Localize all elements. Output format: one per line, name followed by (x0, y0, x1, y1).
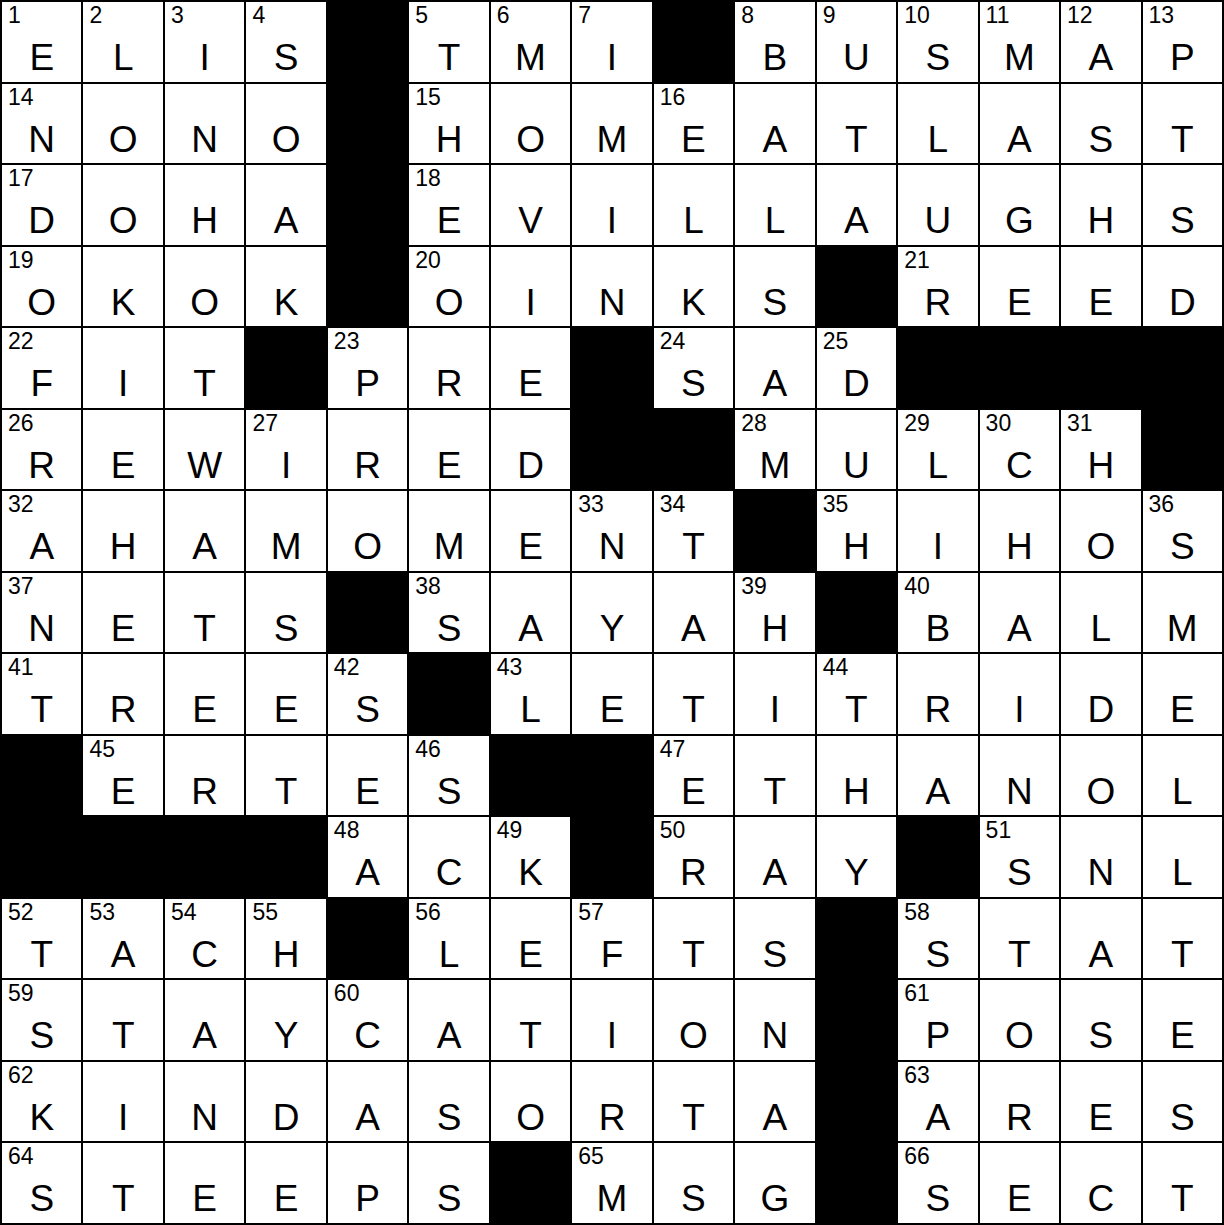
cell-letter: E (409, 202, 488, 239)
grid-cell-r5c1[interactable]: 22F (2, 328, 81, 408)
grid-cell-r1c11[interactable]: 9U (817, 2, 896, 82)
grid-cell-r2c11[interactable]: T (817, 84, 896, 164)
cell-letter: I (83, 1099, 162, 1136)
grid-cell-r2c10[interactable]: A (735, 84, 814, 164)
cell-letter: A (980, 610, 1059, 647)
cell-letter: I (735, 691, 814, 728)
grid-cell-r4c3[interactable]: O (165, 247, 244, 327)
cell-letter: L (654, 202, 733, 239)
clue-number: 62 (8, 1063, 34, 1087)
cell-letter: A (1061, 39, 1140, 76)
grid-cell-r5c7[interactable]: E (491, 328, 570, 408)
grid-cell-r15c5[interactable]: P (328, 1143, 407, 1223)
grid-cell-r9c11[interactable]: 44T (817, 654, 896, 734)
cell-letter: M (409, 528, 488, 565)
grid-cell-r5c5[interactable]: 23P (328, 328, 407, 408)
grid-cell-r15c2[interactable]: T (83, 1143, 162, 1223)
grid-cell-r3c1[interactable]: 17D (2, 165, 81, 245)
grid-cell-r7c8[interactable]: 33N (572, 491, 651, 571)
black-cell (817, 1143, 896, 1223)
grid-cell-r8c4[interactable]: S (246, 573, 325, 653)
grid-cell-r12c8[interactable]: 57F (572, 899, 651, 979)
cell-letter: N (572, 284, 651, 321)
grid-cell-r3c13[interactable]: G (980, 165, 1059, 245)
grid-cell-r15c1[interactable]: 64S (2, 1143, 81, 1223)
cell-letter: S (409, 773, 488, 810)
grid-cell-r1c10[interactable]: 8B (735, 2, 814, 82)
cell-letter: S (735, 936, 814, 973)
grid-cell-r5c3[interactable]: T (165, 328, 244, 408)
cell-letter: O (409, 284, 488, 321)
grid-cell-r1c12[interactable]: 10S (898, 2, 977, 82)
cell-letter: E (491, 528, 570, 565)
cell-letter: E (165, 691, 244, 728)
grid-cell-r8c9[interactable]: A (654, 573, 733, 653)
cell-letter: H (1061, 447, 1140, 484)
grid-cell-r2c6[interactable]: 15H (409, 84, 488, 164)
cell-letter: R (898, 284, 977, 321)
grid-cell-r10c10[interactable]: T (735, 736, 814, 816)
grid-cell-r9c8[interactable]: E (572, 654, 651, 734)
grid-cell-r9c3[interactable]: E (165, 654, 244, 734)
grid-cell-r13c3[interactable]: A (165, 980, 244, 1060)
clue-number: 16 (660, 85, 686, 109)
grid-cell-r12c7[interactable]: E (491, 899, 570, 979)
grid-cell-r2c9[interactable]: 16E (654, 84, 733, 164)
cell-letter: O (165, 284, 244, 321)
grid-cell-r9c9[interactable]: T (654, 654, 733, 734)
clue-number: 36 (1149, 492, 1175, 516)
grid-cell-r1c14[interactable]: 12A (1061, 2, 1140, 82)
grid-cell-r11c9[interactable]: 50R (654, 817, 733, 897)
grid-cell-r14c12[interactable]: 63A (898, 1062, 977, 1142)
cell-letter: M (572, 121, 651, 158)
clue-number: 38 (415, 574, 441, 598)
grid-cell-r2c2[interactable]: O (83, 84, 162, 164)
grid-cell-r13c15[interactable]: E (1143, 980, 1222, 1060)
grid-cell-r14c10[interactable]: A (735, 1062, 814, 1142)
grid-cell-r13c6[interactable]: A (409, 980, 488, 1060)
cell-letter: S (1061, 1017, 1140, 1054)
grid-cell-r13c14[interactable]: S (1061, 980, 1140, 1060)
cell-letter: T (654, 936, 733, 973)
grid-cell-r14c15[interactable]: S (1143, 1062, 1222, 1142)
grid-cell-r15c15[interactable]: T (1143, 1143, 1222, 1223)
black-cell (491, 736, 570, 816)
grid-cell-r2c1[interactable]: 14N (2, 84, 81, 164)
grid-cell-r10c9[interactable]: 47E (654, 736, 733, 816)
grid-cell-r6c12[interactable]: 29L (898, 410, 977, 490)
grid-cell-r4c12[interactable]: 21R (898, 247, 977, 327)
grid-cell-r10c3[interactable]: R (165, 736, 244, 816)
grid-cell-r3c14[interactable]: H (1061, 165, 1140, 245)
cell-letter: N (1061, 854, 1140, 891)
grid-cell-r8c13[interactable]: A (980, 573, 1059, 653)
grid-cell-r7c4[interactable]: M (246, 491, 325, 571)
grid-cell-r14c13[interactable]: R (980, 1062, 1059, 1142)
black-cell (572, 328, 651, 408)
cell-letter: A (165, 1017, 244, 1054)
grid-cell-r13c12[interactable]: 61P (898, 980, 977, 1060)
grid-cell-r1c3[interactable]: 3I (165, 2, 244, 82)
grid-cell-r12c13[interactable]: T (980, 899, 1059, 979)
cell-letter: T (83, 1180, 162, 1217)
black-cell (654, 2, 733, 82)
cell-letter: T (654, 528, 733, 565)
grid-cell-r7c15[interactable]: 36S (1143, 491, 1222, 571)
cell-letter: N (2, 610, 81, 647)
black-cell (817, 980, 896, 1060)
grid-cell-r4c8[interactable]: N (572, 247, 651, 327)
grid-cell-r15c8[interactable]: 65M (572, 1143, 651, 1223)
grid-cell-r14c4[interactable]: D (246, 1062, 325, 1142)
grid-cell-r6c11[interactable]: U (817, 410, 896, 490)
cell-letter: H (1061, 202, 1140, 239)
grid-cell-r7c5[interactable]: O (328, 491, 407, 571)
grid-cell-r8c2[interactable]: E (83, 573, 162, 653)
grid-cell-r9c2[interactable]: R (83, 654, 162, 734)
grid-cell-r3c7[interactable]: V (491, 165, 570, 245)
grid-cell-r3c12[interactable]: U (898, 165, 977, 245)
grid-cell-r4c15[interactable]: D (1143, 247, 1222, 327)
grid-cell-r9c1[interactable]: 41T (2, 654, 81, 734)
grid-cell-r9c14[interactable]: D (1061, 654, 1140, 734)
grid-cell-r5c9[interactable]: 24S (654, 328, 733, 408)
grid-cell-r14c6[interactable]: S (409, 1062, 488, 1142)
grid-cell-r12c12[interactable]: 58S (898, 899, 977, 979)
grid-cell-r5c6[interactable]: R (409, 328, 488, 408)
clue-number: 11 (986, 3, 1010, 27)
clue-number: 6 (497, 3, 510, 27)
grid-cell-r14c14[interactable]: E (1061, 1062, 1140, 1142)
grid-cell-r6c3[interactable]: W (165, 410, 244, 490)
grid-cell-r6c2[interactable]: E (83, 410, 162, 490)
cell-letter: S (898, 936, 977, 973)
cell-letter: O (83, 121, 162, 158)
cell-letter: C (409, 854, 488, 891)
clue-number: 33 (578, 492, 604, 516)
clue-number: 53 (89, 900, 115, 924)
cell-letter: E (491, 365, 570, 402)
grid-cell-r10c13[interactable]: N (980, 736, 1059, 816)
grid-cell-r12c1[interactable]: 52T (2, 899, 81, 979)
black-cell (572, 410, 651, 490)
grid-cell-r6c10[interactable]: 28M (735, 410, 814, 490)
grid-cell-r8c10[interactable]: 39H (735, 573, 814, 653)
grid-cell-r15c9[interactable]: S (654, 1143, 733, 1223)
grid-cell-r15c6[interactable]: S (409, 1143, 488, 1223)
grid-cell-r7c1[interactable]: 32A (2, 491, 81, 571)
grid-cell-r3c9[interactable]: L (654, 165, 733, 245)
grid-cell-r11c10[interactable]: A (735, 817, 814, 897)
grid-cell-r6c4[interactable]: 27I (246, 410, 325, 490)
grid-cell-r7c6[interactable]: M (409, 491, 488, 571)
grid-cell-r13c7[interactable]: T (491, 980, 570, 1060)
black-cell (328, 165, 407, 245)
grid-cell-r2c12[interactable]: L (898, 84, 977, 164)
grid-cell-r5c11[interactable]: 25D (817, 328, 896, 408)
grid-cell-r10c5[interactable]: E (328, 736, 407, 816)
grid-cell-r12c14[interactable]: A (1061, 899, 1140, 979)
grid-cell-r9c15[interactable]: E (1143, 654, 1222, 734)
cell-letter: H (165, 202, 244, 239)
clue-number: 47 (660, 737, 686, 761)
grid-cell-r10c15[interactable]: L (1143, 736, 1222, 816)
grid-cell-r11c7[interactable]: 49K (491, 817, 570, 897)
grid-cell-r4c9[interactable]: K (654, 247, 733, 327)
cell-letter: T (246, 773, 325, 810)
cell-letter: E (654, 773, 733, 810)
grid-cell-r10c11[interactable]: H (817, 736, 896, 816)
grid-cell-r13c9[interactable]: O (654, 980, 733, 1060)
cell-letter: S (2, 1017, 81, 1054)
clue-number: 40 (904, 574, 930, 598)
cell-letter: K (83, 284, 162, 321)
grid-cell-r14c7[interactable]: O (491, 1062, 570, 1142)
grid-cell-r3c10[interactable]: L (735, 165, 814, 245)
grid-cell-r4c1[interactable]: 19O (2, 247, 81, 327)
grid-cell-r6c14[interactable]: 31H (1061, 410, 1140, 490)
clue-number: 51 (986, 818, 1012, 842)
cell-letter: S (1143, 528, 1222, 565)
grid-cell-r7c12[interactable]: I (898, 491, 977, 571)
grid-cell-r10c12[interactable]: A (898, 736, 977, 816)
grid-cell-r10c6[interactable]: 46S (409, 736, 488, 816)
grid-cell-r15c12[interactable]: 66S (898, 1143, 977, 1223)
grid-cell-r15c4[interactable]: E (246, 1143, 325, 1223)
clue-number: 30 (986, 411, 1012, 435)
grid-cell-r7c11[interactable]: 35H (817, 491, 896, 571)
grid-cell-r3c3[interactable]: H (165, 165, 244, 245)
cell-letter: S (654, 365, 733, 402)
grid-cell-r1c15[interactable]: 13P (1143, 2, 1222, 82)
cell-letter: A (328, 1099, 407, 1136)
grid-cell-r1c2[interactable]: 2L (83, 2, 162, 82)
clue-number: 48 (334, 818, 360, 842)
grid-cell-r2c14[interactable]: S (1061, 84, 1140, 164)
cell-letter: I (572, 39, 651, 76)
grid-cell-r4c4[interactable]: K (246, 247, 325, 327)
clue-number: 22 (8, 329, 34, 353)
cell-letter: A (898, 1099, 977, 1136)
cell-letter: O (2, 284, 81, 321)
grid-cell-r8c12[interactable]: 40B (898, 573, 977, 653)
grid-cell-r8c1[interactable]: 37N (2, 573, 81, 653)
grid-cell-r7c3[interactable]: A (165, 491, 244, 571)
grid-cell-r6c6[interactable]: E (409, 410, 488, 490)
cell-letter: E (980, 1180, 1059, 1217)
clue-number: 45 (89, 737, 115, 761)
cell-letter: E (572, 691, 651, 728)
grid-cell-r2c13[interactable]: A (980, 84, 1059, 164)
clue-number: 17 (8, 166, 34, 190)
grid-cell-r5c2[interactable]: I (83, 328, 162, 408)
grid-cell-r4c10[interactable]: S (735, 247, 814, 327)
grid-cell-r2c15[interactable]: T (1143, 84, 1222, 164)
grid-cell-r14c1[interactable]: 62K (2, 1062, 81, 1142)
grid-cell-r7c9[interactable]: 34T (654, 491, 733, 571)
grid-cell-r4c6[interactable]: 20O (409, 247, 488, 327)
grid-cell-r10c14[interactable]: O (1061, 736, 1140, 816)
black-cell (491, 1143, 570, 1223)
cell-letter: I (165, 39, 244, 76)
grid-cell-r11c13[interactable]: 51S (980, 817, 1059, 897)
grid-cell-r9c13[interactable]: I (980, 654, 1059, 734)
grid-cell-r13c5[interactable]: 60C (328, 980, 407, 1060)
clue-number: 15 (415, 85, 441, 109)
grid-cell-r8c14[interactable]: L (1061, 573, 1140, 653)
grid-cell-r9c12[interactable]: R (898, 654, 977, 734)
grid-cell-r5c10[interactable]: A (735, 328, 814, 408)
grid-cell-r11c5[interactable]: 48A (328, 817, 407, 897)
grid-cell-r6c1[interactable]: 26R (2, 410, 81, 490)
cell-letter: L (735, 202, 814, 239)
grid-cell-r10c2[interactable]: 45E (83, 736, 162, 816)
cell-letter: E (980, 284, 1059, 321)
cell-letter: T (2, 936, 81, 973)
grid-cell-r4c2[interactable]: K (83, 247, 162, 327)
cell-letter: A (817, 202, 896, 239)
grid-cell-r2c3[interactable]: N (165, 84, 244, 164)
grid-cell-r6c7[interactable]: D (491, 410, 570, 490)
grid-cell-r8c15[interactable]: M (1143, 573, 1222, 653)
grid-cell-r7c2[interactable]: H (83, 491, 162, 571)
grid-cell-r15c13[interactable]: E (980, 1143, 1059, 1223)
grid-cell-r14c5[interactable]: A (328, 1062, 407, 1142)
clue-number: 64 (8, 1144, 34, 1168)
grid-cell-r8c6[interactable]: 38S (409, 573, 488, 653)
cell-letter: A (980, 121, 1059, 158)
black-cell (328, 899, 407, 979)
cell-letter: O (328, 528, 407, 565)
grid-cell-r9c4[interactable]: E (246, 654, 325, 734)
grid-cell-r1c1[interactable]: 1E (2, 2, 81, 82)
grid-cell-r13c10[interactable]: N (735, 980, 814, 1060)
cell-letter: R (83, 691, 162, 728)
grid-cell-r2c7[interactable]: O (491, 84, 570, 164)
black-cell (165, 817, 244, 897)
grid-cell-r7c14[interactable]: O (1061, 491, 1140, 571)
cell-letter: S (898, 39, 977, 76)
grid-cell-r14c3[interactable]: N (165, 1062, 244, 1142)
grid-cell-r14c9[interactable]: T (654, 1062, 733, 1142)
cell-letter: R (328, 447, 407, 484)
grid-cell-r12c10[interactable]: S (735, 899, 814, 979)
grid-cell-r12c2[interactable]: 53A (83, 899, 162, 979)
grid-cell-r12c4[interactable]: 55H (246, 899, 325, 979)
grid-cell-r3c11[interactable]: A (817, 165, 896, 245)
grid-cell-r3c6[interactable]: 18E (409, 165, 488, 245)
grid-cell-r12c9[interactable]: T (654, 899, 733, 979)
grid-cell-r3c2[interactable]: O (83, 165, 162, 245)
grid-cell-r11c15[interactable]: L (1143, 817, 1222, 897)
cell-letter: E (491, 936, 570, 973)
cell-letter: E (1143, 691, 1222, 728)
cell-letter: L (1143, 854, 1222, 891)
cell-letter: A (735, 854, 814, 891)
grid-cell-r13c4[interactable]: Y (246, 980, 325, 1060)
grid-cell-r3c8[interactable]: I (572, 165, 651, 245)
grid-cell-r1c13[interactable]: 11M (980, 2, 1059, 82)
grid-cell-r9c7[interactable]: 43L (491, 654, 570, 734)
cell-letter: D (246, 1099, 325, 1136)
grid-cell-r15c10[interactable]: G (735, 1143, 814, 1223)
grid-cell-r4c7[interactable]: I (491, 247, 570, 327)
grid-cell-r2c4[interactable]: O (246, 84, 325, 164)
cell-letter: T (654, 691, 733, 728)
grid-cell-r6c5[interactable]: R (328, 410, 407, 490)
grid-cell-r8c8[interactable]: Y (572, 573, 651, 653)
clue-number: 34 (660, 492, 686, 516)
grid-cell-r6c13[interactable]: 30C (980, 410, 1059, 490)
grid-cell-r9c5[interactable]: 42S (328, 654, 407, 734)
grid-cell-r13c1[interactable]: 59S (2, 980, 81, 1060)
grid-cell-r13c8[interactable]: I (572, 980, 651, 1060)
grid-cell-r7c13[interactable]: H (980, 491, 1059, 571)
cell-letter: U (817, 447, 896, 484)
grid-cell-r15c14[interactable]: C (1061, 1143, 1140, 1223)
grid-cell-r4c13[interactable]: E (980, 247, 1059, 327)
grid-cell-r1c4[interactable]: 4S (246, 2, 325, 82)
cell-letter: C (1061, 1180, 1140, 1217)
grid-cell-r13c13[interactable]: O (980, 980, 1059, 1060)
grid-cell-r7c7[interactable]: E (491, 491, 570, 571)
cell-letter: A (409, 1017, 488, 1054)
grid-cell-r8c3[interactable]: T (165, 573, 244, 653)
grid-cell-r12c15[interactable]: T (1143, 899, 1222, 979)
cell-letter: A (83, 936, 162, 973)
grid-cell-r1c6[interactable]: 5T (409, 2, 488, 82)
grid-cell-r2c8[interactable]: M (572, 84, 651, 164)
cell-letter: E (1061, 284, 1140, 321)
grid-cell-r4c14[interactable]: E (1061, 247, 1140, 327)
black-cell (735, 491, 814, 571)
grid-cell-r10c4[interactable]: T (246, 736, 325, 816)
grid-cell-r12c3[interactable]: 54C (165, 899, 244, 979)
grid-cell-r13c2[interactable]: T (83, 980, 162, 1060)
clue-number: 43 (497, 655, 523, 679)
grid-cell-r3c4[interactable]: A (246, 165, 325, 245)
grid-cell-r14c8[interactable]: R (572, 1062, 651, 1142)
cell-letter: T (2, 691, 81, 728)
cell-letter: S (1143, 202, 1222, 239)
grid-cell-r1c8[interactable]: 7I (572, 2, 651, 82)
grid-cell-r1c7[interactable]: 6M (491, 2, 570, 82)
cell-letter: S (246, 39, 325, 76)
grid-cell-r12c6[interactable]: 56L (409, 899, 488, 979)
clue-number: 41 (8, 655, 34, 679)
clue-number: 28 (741, 411, 767, 435)
cell-letter: N (572, 528, 651, 565)
grid-cell-r11c6[interactable]: C (409, 817, 488, 897)
grid-cell-r14c2[interactable]: I (83, 1062, 162, 1142)
black-cell (328, 2, 407, 82)
cell-letter: B (898, 610, 977, 647)
grid-cell-r15c3[interactable]: E (165, 1143, 244, 1223)
clue-number: 21 (904, 248, 930, 272)
clue-number: 55 (252, 900, 278, 924)
cell-letter: H (246, 936, 325, 973)
grid-cell-r11c11[interactable]: Y (817, 817, 896, 897)
clue-number: 61 (904, 981, 930, 1005)
cell-letter: K (491, 854, 570, 891)
cell-letter: T (491, 1017, 570, 1054)
grid-cell-r9c10[interactable]: I (735, 654, 814, 734)
grid-cell-r8c7[interactable]: A (491, 573, 570, 653)
grid-cell-r3c15[interactable]: S (1143, 165, 1222, 245)
grid-cell-r11c14[interactable]: N (1061, 817, 1140, 897)
cell-letter: G (735, 1180, 814, 1217)
